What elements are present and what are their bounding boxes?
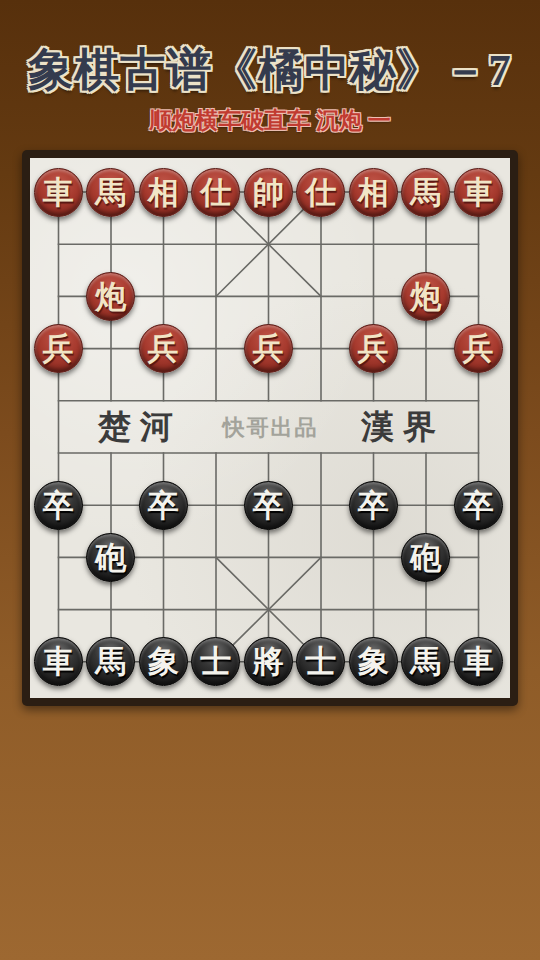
piece-black-chariot[interactable]: 車 (454, 637, 503, 686)
piece-black-chariot[interactable]: 車 (34, 637, 83, 686)
piece-red-soldier[interactable]: 兵 (244, 324, 293, 373)
piece-black-horse[interactable]: 馬 (86, 637, 135, 686)
piece-grid[interactable]: 車馬相仕帥仕相馬車炮炮兵兵兵兵兵卒卒卒卒卒砲砲車馬象士將士象馬車 (32, 166, 505, 688)
board-point: 仕 (190, 166, 243, 218)
piece-red-elephant[interactable]: 相 (139, 168, 188, 217)
board-point: 卒 (32, 479, 85, 531)
board-point: 相 (137, 166, 190, 218)
board-point: 車 (32, 636, 85, 688)
board-point: 象 (347, 636, 400, 688)
board-point: 車 (452, 166, 505, 218)
piece-red-horse[interactable]: 馬 (86, 168, 135, 217)
board-point: 卒 (242, 479, 295, 531)
piece-black-cannon[interactable]: 砲 (401, 533, 450, 582)
board-point: 相 (347, 166, 400, 218)
board-point: 卒 (347, 479, 400, 531)
piece-red-elephant[interactable]: 相 (349, 168, 398, 217)
board-point: 馬 (85, 636, 138, 688)
board-point: 馬 (400, 166, 453, 218)
page-title: 象棋古谱《橘中秘》－7 (0, 40, 540, 100)
board-point: 炮 (85, 270, 138, 322)
piece-red-advisor[interactable]: 仕 (296, 168, 345, 217)
board-point: 砲 (85, 531, 138, 583)
board-point: 士 (295, 636, 348, 688)
piece-black-advisor[interactable]: 士 (191, 637, 240, 686)
piece-red-soldier[interactable]: 兵 (454, 324, 503, 373)
piece-red-soldier[interactable]: 兵 (139, 324, 188, 373)
board-point: 象 (137, 636, 190, 688)
board-point: 車 (452, 636, 505, 688)
board-point: 帥 (242, 166, 295, 218)
xiangqi-board[interactable]: 楚河 快哥出品 漢界 車馬相仕帥仕相馬車炮炮兵兵兵兵兵卒卒卒卒卒砲砲車馬象士將士… (30, 158, 510, 698)
board-point: 卒 (452, 479, 505, 531)
piece-black-soldier[interactable]: 卒 (34, 481, 83, 530)
piece-black-general[interactable]: 將 (244, 637, 293, 686)
piece-black-soldier[interactable]: 卒 (349, 481, 398, 530)
board-point: 兵 (242, 323, 295, 375)
board-point: 士 (190, 636, 243, 688)
board-point: 兵 (347, 323, 400, 375)
board-point: 砲 (400, 531, 453, 583)
piece-black-soldier[interactable]: 卒 (244, 481, 293, 530)
piece-black-horse[interactable]: 馬 (401, 637, 450, 686)
piece-black-elephant[interactable]: 象 (139, 637, 188, 686)
board-point: 馬 (85, 166, 138, 218)
piece-red-chariot[interactable]: 車 (454, 168, 503, 217)
piece-red-general[interactable]: 帥 (244, 168, 293, 217)
piece-black-elephant[interactable]: 象 (349, 637, 398, 686)
board-point: 兵 (452, 323, 505, 375)
board-point: 兵 (137, 323, 190, 375)
piece-red-cannon[interactable]: 炮 (86, 272, 135, 321)
piece-red-soldier[interactable]: 兵 (34, 324, 83, 373)
board-point: 車 (32, 166, 85, 218)
piece-black-soldier[interactable]: 卒 (454, 481, 503, 530)
piece-black-cannon[interactable]: 砲 (86, 533, 135, 582)
piece-red-chariot[interactable]: 車 (34, 168, 83, 217)
board-point: 仕 (295, 166, 348, 218)
board-point: 將 (242, 636, 295, 688)
board-point: 炮 (400, 270, 453, 322)
board-point: 卒 (137, 479, 190, 531)
piece-red-advisor[interactable]: 仕 (191, 168, 240, 217)
piece-black-soldier[interactable]: 卒 (139, 481, 188, 530)
page-subtitle: 顺炮横车破直车 沉炮 一 (0, 105, 540, 136)
piece-black-advisor[interactable]: 士 (296, 637, 345, 686)
xiangqi-board-frame: 楚河 快哥出品 漢界 車馬相仕帥仕相馬車炮炮兵兵兵兵兵卒卒卒卒卒砲砲車馬象士將士… (22, 150, 518, 706)
board-point: 兵 (32, 323, 85, 375)
piece-red-cannon[interactable]: 炮 (401, 272, 450, 321)
piece-red-soldier[interactable]: 兵 (349, 324, 398, 373)
app-background: { "game": "xiangqi", "header": { "title"… (0, 0, 540, 960)
board-point: 馬 (400, 636, 453, 688)
piece-red-horse[interactable]: 馬 (401, 168, 450, 217)
